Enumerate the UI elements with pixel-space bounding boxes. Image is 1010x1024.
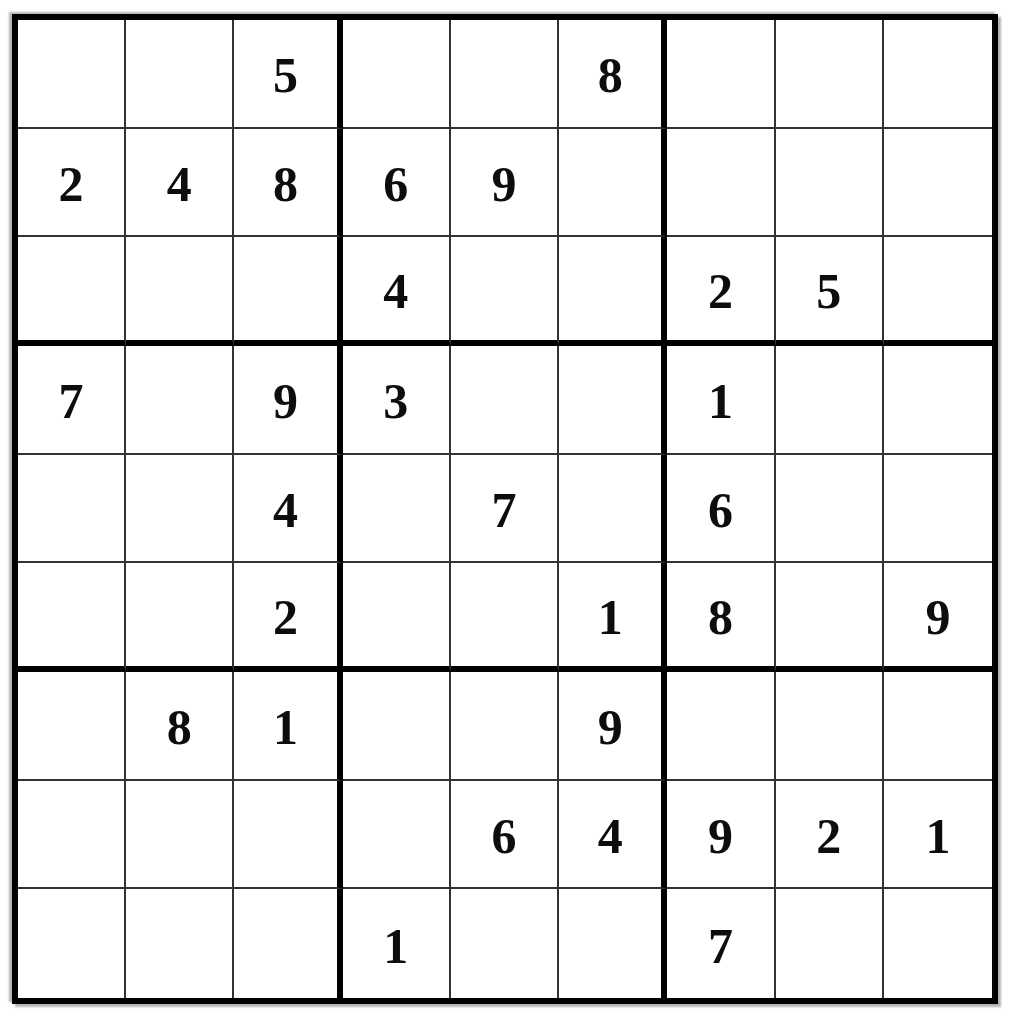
sudoku-cell-r6c2[interactable] <box>126 563 234 672</box>
sudoku-cell-r9c6[interactable] <box>559 889 667 998</box>
sudoku-cell-r3c1[interactable] <box>18 237 126 346</box>
sudoku-cell-r5c1[interactable] <box>18 455 126 564</box>
sudoku-cell-r7c8[interactable] <box>776 672 884 781</box>
sudoku-cell-r3c5[interactable] <box>451 237 559 346</box>
sudoku-cell-r7c1[interactable] <box>18 672 126 781</box>
sudoku-cell-r7c2[interactable]: 8 <box>126 672 234 781</box>
sudoku-cell-r9c5[interactable] <box>451 889 559 998</box>
sudoku-cell-r8c5[interactable]: 6 <box>451 781 559 890</box>
sudoku-cell-r4c9[interactable] <box>884 346 992 455</box>
sudoku-cell-r7c5[interactable] <box>451 672 559 781</box>
sudoku-cell-r8c7[interactable]: 9 <box>667 781 775 890</box>
sudoku-cell-r3c6[interactable] <box>559 237 667 346</box>
sudoku-cell-r4c4[interactable]: 3 <box>343 346 451 455</box>
sudoku-cell-r9c8[interactable] <box>776 889 884 998</box>
sudoku-cell-r8c4[interactable] <box>343 781 451 890</box>
sudoku-cell-r2c6[interactable] <box>559 129 667 238</box>
sudoku-cell-r6c3[interactable]: 2 <box>234 563 342 672</box>
sudoku-cell-r4c7[interactable]: 1 <box>667 346 775 455</box>
sudoku-cell-r6c9[interactable]: 9 <box>884 563 992 672</box>
sudoku-cell-r2c2[interactable]: 4 <box>126 129 234 238</box>
sudoku-cell-r1c8[interactable] <box>776 20 884 129</box>
sudoku-cell-r6c7[interactable]: 8 <box>667 563 775 672</box>
sudoku-cell-r5c9[interactable] <box>884 455 992 564</box>
sudoku-cell-r4c6[interactable] <box>559 346 667 455</box>
sudoku-cell-r8c2[interactable] <box>126 781 234 890</box>
sudoku-cell-r9c9[interactable] <box>884 889 992 998</box>
sudoku-cell-r7c3[interactable]: 1 <box>234 672 342 781</box>
sudoku-cell-r1c9[interactable] <box>884 20 992 129</box>
sudoku-cell-r7c9[interactable] <box>884 672 992 781</box>
sudoku-cell-r6c5[interactable] <box>451 563 559 672</box>
sudoku-cell-r2c3[interactable]: 8 <box>234 129 342 238</box>
sudoku-cell-r8c1[interactable] <box>18 781 126 890</box>
sudoku-cell-r3c2[interactable] <box>126 237 234 346</box>
sudoku-cell-r8c9[interactable]: 1 <box>884 781 992 890</box>
sudoku-cell-r1c2[interactable] <box>126 20 234 129</box>
sudoku-cell-r2c5[interactable]: 9 <box>451 129 559 238</box>
sudoku-cell-r2c4[interactable]: 6 <box>343 129 451 238</box>
sudoku-cell-r9c7[interactable]: 7 <box>667 889 775 998</box>
sudoku-cell-r8c3[interactable] <box>234 781 342 890</box>
sudoku-cell-r3c9[interactable] <box>884 237 992 346</box>
sudoku-cell-r5c3[interactable]: 4 <box>234 455 342 564</box>
sudoku-cell-r1c7[interactable] <box>667 20 775 129</box>
sudoku-cell-r3c7[interactable]: 2 <box>667 237 775 346</box>
sudoku-cell-r2c9[interactable] <box>884 129 992 238</box>
sudoku-cell-r2c8[interactable] <box>776 129 884 238</box>
sudoku-cell-r7c7[interactable] <box>667 672 775 781</box>
sudoku-cell-r1c6[interactable]: 8 <box>559 20 667 129</box>
sudoku-cell-r4c8[interactable] <box>776 346 884 455</box>
sudoku-page: 5824869425793147621898196492117 <box>0 0 1010 1024</box>
sudoku-cell-r5c4[interactable] <box>343 455 451 564</box>
sudoku-cell-r1c4[interactable] <box>343 20 451 129</box>
sudoku-cell-r7c4[interactable] <box>343 672 451 781</box>
sudoku-cell-r6c8[interactable] <box>776 563 884 672</box>
sudoku-cell-r3c8[interactable]: 5 <box>776 237 884 346</box>
sudoku-cell-r5c7[interactable]: 6 <box>667 455 775 564</box>
sudoku-cell-r5c5[interactable]: 7 <box>451 455 559 564</box>
sudoku-cell-r4c3[interactable]: 9 <box>234 346 342 455</box>
sudoku-cell-r1c5[interactable] <box>451 20 559 129</box>
sudoku-cell-r1c3[interactable]: 5 <box>234 20 342 129</box>
sudoku-cell-r4c5[interactable] <box>451 346 559 455</box>
sudoku-cell-r8c8[interactable]: 2 <box>776 781 884 890</box>
sudoku-cell-r1c1[interactable] <box>18 20 126 129</box>
sudoku-cell-r5c8[interactable] <box>776 455 884 564</box>
sudoku-cell-r5c2[interactable] <box>126 455 234 564</box>
sudoku-cell-r4c1[interactable]: 7 <box>18 346 126 455</box>
sudoku-cell-r3c4[interactable]: 4 <box>343 237 451 346</box>
sudoku-cell-r2c7[interactable] <box>667 129 775 238</box>
sudoku-cell-r8c6[interactable]: 4 <box>559 781 667 890</box>
sudoku-cell-r9c1[interactable] <box>18 889 126 998</box>
sudoku-cell-r4c2[interactable] <box>126 346 234 455</box>
sudoku-cell-r6c1[interactable] <box>18 563 126 672</box>
sudoku-cell-r9c2[interactable] <box>126 889 234 998</box>
sudoku-cell-r5c6[interactable] <box>559 455 667 564</box>
sudoku-cell-r6c4[interactable] <box>343 563 451 672</box>
sudoku-cell-r9c3[interactable] <box>234 889 342 998</box>
sudoku-cell-r6c6[interactable]: 1 <box>559 563 667 672</box>
sudoku-cell-r9c4[interactable]: 1 <box>343 889 451 998</box>
sudoku-cell-r3c3[interactable] <box>234 237 342 346</box>
sudoku-cell-r7c6[interactable]: 9 <box>559 672 667 781</box>
sudoku-cell-r2c1[interactable]: 2 <box>18 129 126 238</box>
sudoku-board: 5824869425793147621898196492117 <box>12 14 998 1004</box>
